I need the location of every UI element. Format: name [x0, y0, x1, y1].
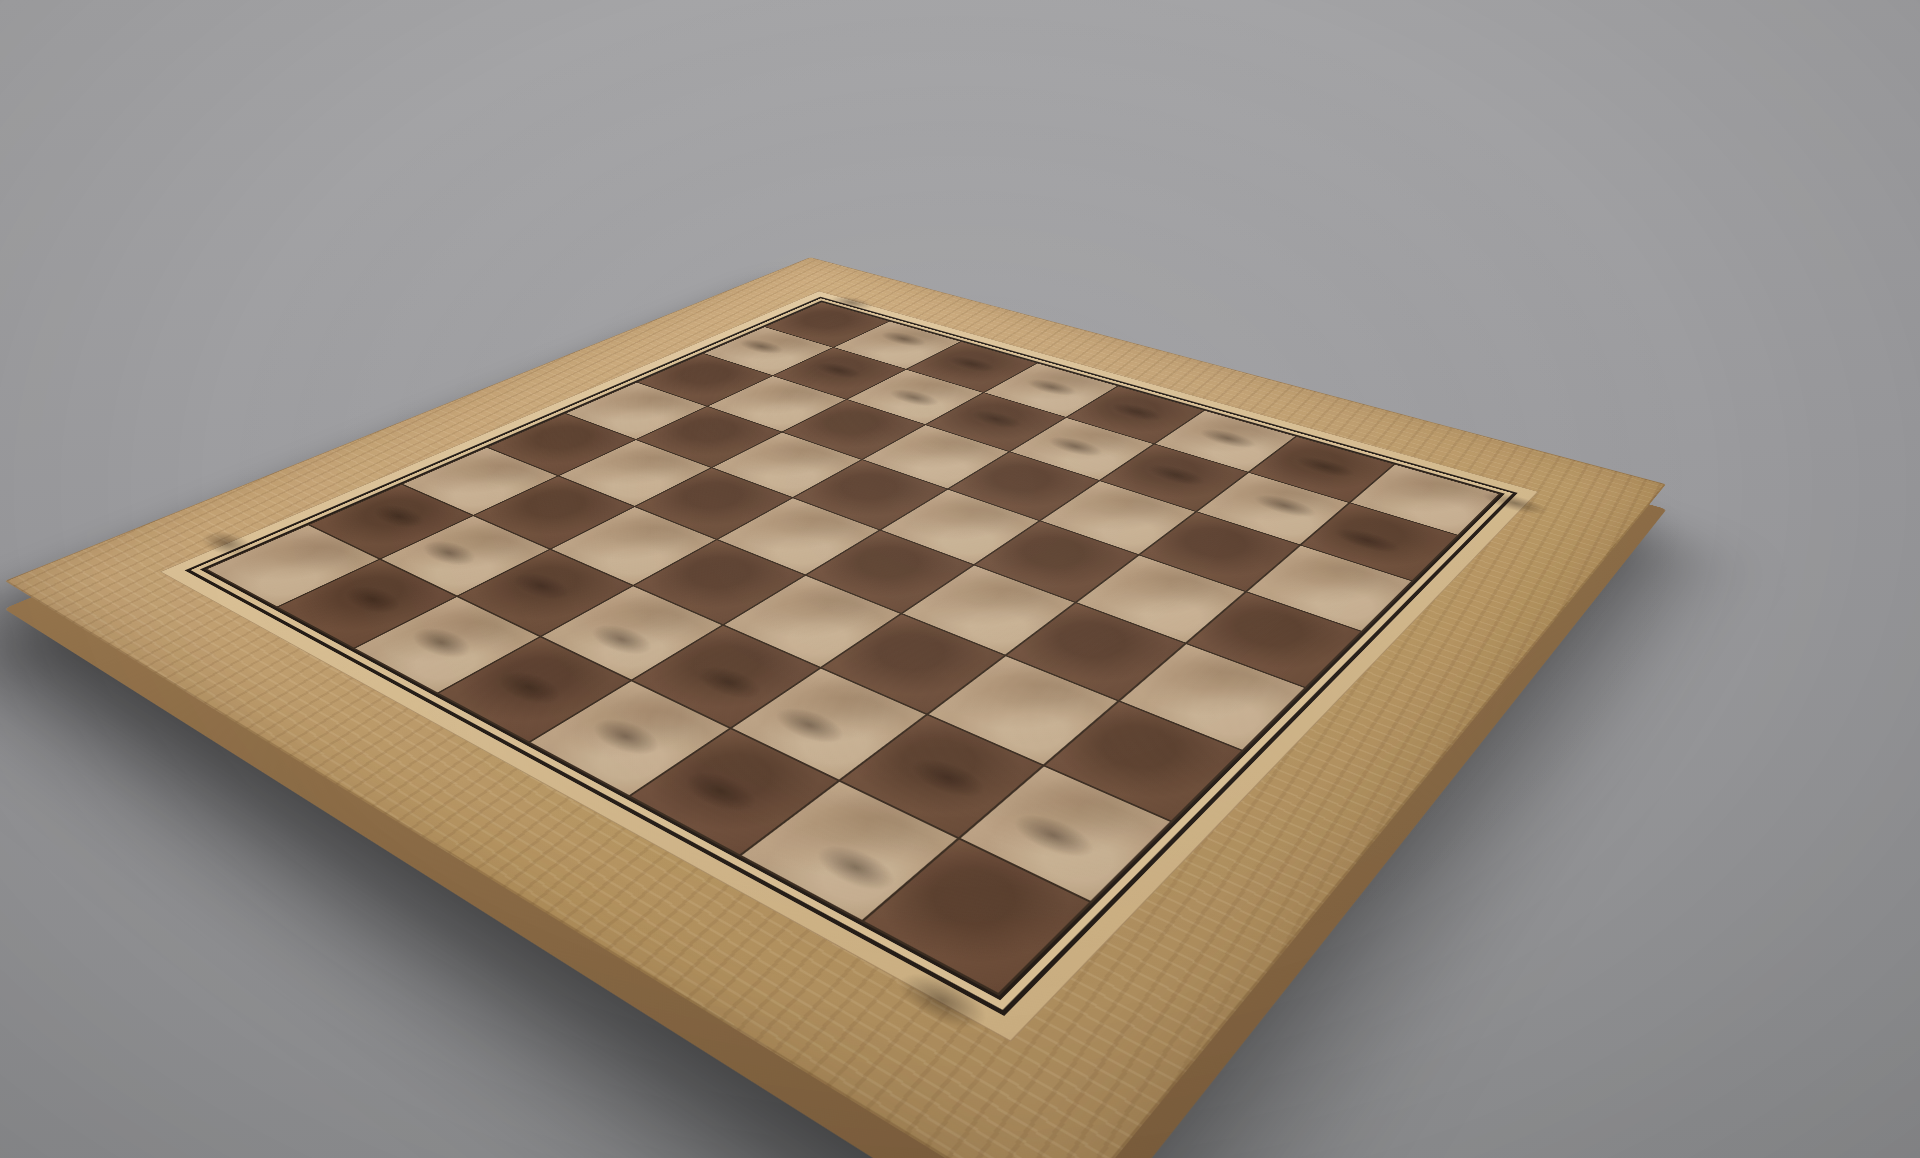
perspective-wrapper: ♜♞♝♚♛♝♞♜♟♟♟♟♟♟♟♟♜♞♝♚♛♝♞♜♟♟♟♟♟♟♟♟: [0, 0, 1920, 1158]
pawn-glyph: ♟: [890, 335, 939, 404]
rook-glyph: ♜: [1480, 410, 1551, 510]
chess-board: ♜♞♝♚♛♝♞♜♟♟♟♟♟♟♟♟♜♞♝♚♛♝♞♜♟♟♟♟♟♟♟♟: [5, 257, 1666, 1158]
photo-stage: ♜♞♝♚♛♝♞♜♟♟♟♟♟♟♟♟♜♞♝♚♛♝♞♜♟♟♟♟♟♟♟♟: [0, 0, 1920, 1158]
pawn-glyph: ♟: [739, 288, 785, 352]
bishop-glyph: ♝: [666, 640, 780, 800]
pawn-glyph: ♟: [816, 310, 863, 376]
pawn-glyph: ♟: [912, 683, 985, 786]
pawn-glyph: ♟: [1257, 434, 1313, 513]
queen-glyph: ♛: [1090, 285, 1185, 419]
pawn-glyph: ♟: [1339, 466, 1397, 548]
rook-glyph: ♜: [888, 853, 1000, 1011]
rook-glyph: ♜: [192, 445, 267, 550]
pawn-glyph: ♟: [972, 355, 1022, 426]
pawn-glyph: ♟: [1150, 406, 1204, 482]
pawn-glyph: ♟: [1050, 380, 1102, 453]
pawn-glyph: ♟: [1016, 736, 1093, 844]
